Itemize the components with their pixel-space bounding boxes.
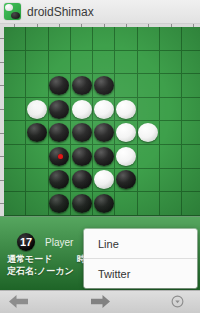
black-stone xyxy=(49,100,69,119)
board-cell[interactable] xyxy=(26,98,48,122)
board-cell[interactable] xyxy=(49,121,71,145)
board-cell[interactable] xyxy=(71,98,93,122)
board-cell[interactable] xyxy=(182,98,200,122)
board-cell[interactable] xyxy=(160,121,182,145)
board-cell[interactable] xyxy=(160,145,182,169)
board-cell[interactable] xyxy=(93,74,115,98)
white-stone xyxy=(116,123,136,142)
board-cell[interactable] xyxy=(93,145,115,169)
joseki-label: 定石名:ノーカン xyxy=(7,265,74,278)
board-cell[interactable] xyxy=(26,145,48,169)
board-cell[interactable] xyxy=(160,192,182,216)
white-stone xyxy=(94,100,114,119)
context-menu: Line Twitter xyxy=(84,229,197,288)
black-stone xyxy=(94,76,114,95)
board-cell[interactable] xyxy=(4,74,26,98)
last-move-marker xyxy=(58,154,63,159)
board-cell[interactable] xyxy=(4,145,26,169)
board-cell[interactable] xyxy=(93,192,115,216)
app-title: droidShimax xyxy=(27,5,94,19)
board-cell[interactable] xyxy=(115,145,137,169)
black-stone xyxy=(94,147,114,166)
board-cell[interactable] xyxy=(115,192,137,216)
white-stone xyxy=(94,170,114,189)
board-cell[interactable] xyxy=(160,169,182,193)
board-cell[interactable] xyxy=(93,98,115,122)
board-cell[interactable] xyxy=(71,27,93,51)
board-cell[interactable] xyxy=(160,98,182,122)
board-cell[interactable] xyxy=(71,51,93,75)
board-cell[interactable] xyxy=(138,169,160,193)
board-cell[interactable] xyxy=(182,27,200,51)
board-cell[interactable] xyxy=(138,145,160,169)
board-cell[interactable] xyxy=(26,169,48,193)
board-cell[interactable] xyxy=(138,74,160,98)
bottom-toolbar xyxy=(0,290,200,313)
board-cell[interactable] xyxy=(71,74,93,98)
board-cell[interactable] xyxy=(49,192,71,216)
board-cell[interactable] xyxy=(115,98,137,122)
overflow-button[interactable] xyxy=(165,291,189,313)
board-cell[interactable] xyxy=(138,121,160,145)
board-cell[interactable] xyxy=(115,121,137,145)
black-stone xyxy=(72,170,92,189)
forward-button[interactable] xyxy=(88,291,112,313)
board-cell[interactable] xyxy=(182,74,200,98)
back-button[interactable] xyxy=(6,291,30,313)
board-cell[interactable] xyxy=(71,192,93,216)
player-label: Player xyxy=(45,237,73,248)
board-cell[interactable] xyxy=(182,121,200,145)
board-cell[interactable] xyxy=(4,27,26,51)
white-stone xyxy=(72,100,92,119)
white-stone xyxy=(116,147,136,166)
board[interactable] xyxy=(4,27,200,216)
board-cell[interactable] xyxy=(182,51,200,75)
white-stone xyxy=(27,100,47,119)
black-stone xyxy=(49,194,69,213)
black-stone xyxy=(27,123,47,142)
black-stone xyxy=(72,76,92,95)
circle-chevron-down-icon xyxy=(171,294,184,312)
board-cell[interactable] xyxy=(160,51,182,75)
black-stone xyxy=(94,194,114,213)
board-cell[interactable] xyxy=(115,74,137,98)
black-stone xyxy=(94,123,114,142)
board-cell[interactable] xyxy=(4,169,26,193)
board-cell[interactable] xyxy=(182,145,200,169)
board-cell[interactable] xyxy=(182,169,200,193)
white-stone xyxy=(138,123,158,142)
title-bar: droidShimax xyxy=(0,0,200,24)
board-cell[interactable] xyxy=(4,121,26,145)
board-cell[interactable] xyxy=(26,192,48,216)
board-cell[interactable] xyxy=(138,27,160,51)
board-cell[interactable] xyxy=(49,98,71,122)
board-cell[interactable] xyxy=(160,27,182,51)
board-cell[interactable] xyxy=(182,192,200,216)
black-stone xyxy=(49,76,69,95)
board-cell[interactable] xyxy=(115,169,137,193)
board-viewport xyxy=(4,27,200,216)
board-cell[interactable] xyxy=(49,27,71,51)
white-stone-icon xyxy=(5,4,13,11)
score-row: 17 Player xyxy=(17,233,73,251)
board-cell[interactable] xyxy=(93,51,115,75)
menu-item-twitter[interactable]: Twitter xyxy=(84,259,197,288)
board-cell[interactable] xyxy=(49,51,71,75)
board-cell[interactable] xyxy=(4,51,26,75)
board-cell[interactable] xyxy=(49,145,71,169)
black-stone xyxy=(49,147,69,166)
board-cell[interactable] xyxy=(49,74,71,98)
black-stone xyxy=(72,123,92,142)
board-cell[interactable] xyxy=(93,169,115,193)
black-stone xyxy=(49,170,69,189)
arrow-right-icon xyxy=(91,294,110,312)
board-cell[interactable] xyxy=(71,169,93,193)
board-cell[interactable] xyxy=(115,27,137,51)
board-cell[interactable] xyxy=(138,192,160,216)
app-screen: droidShimax 17 Player 通常モード 時間 定石名:ノーカン … xyxy=(0,0,200,313)
board-cell[interactable] xyxy=(26,74,48,98)
white-stone xyxy=(116,100,136,119)
board-cell[interactable] xyxy=(115,51,137,75)
menu-item-line[interactable]: Line xyxy=(84,229,197,258)
board-cell[interactable] xyxy=(26,27,48,51)
board-cell[interactable] xyxy=(71,121,93,145)
black-stone xyxy=(49,123,69,142)
arrow-left-icon xyxy=(9,294,28,312)
board-cell[interactable] xyxy=(71,145,93,169)
board-cell[interactable] xyxy=(93,121,115,145)
board-cell[interactable] xyxy=(160,74,182,98)
board-cell[interactable] xyxy=(4,98,26,122)
board-cell[interactable] xyxy=(26,51,48,75)
board-cell[interactable] xyxy=(93,27,115,51)
board-cell[interactable] xyxy=(4,192,26,216)
black-stone xyxy=(72,147,92,166)
black-stone-icon xyxy=(11,12,20,19)
app-icon xyxy=(4,3,21,20)
black-stone xyxy=(72,194,92,213)
board-cell[interactable] xyxy=(26,121,48,145)
board-cell[interactable] xyxy=(49,169,71,193)
board-cell[interactable] xyxy=(138,98,160,122)
black-count-badge: 17 xyxy=(17,233,35,251)
black-stone xyxy=(116,170,136,189)
board-cell[interactable] xyxy=(138,51,160,75)
